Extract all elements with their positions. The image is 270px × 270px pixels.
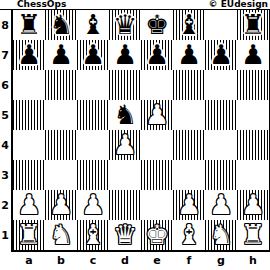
square-a1[interactable]: ♜ bbox=[13, 220, 45, 250]
black-pawn[interactable]: ♟ bbox=[77, 40, 109, 70]
square-e3[interactable] bbox=[141, 160, 173, 190]
rank-label-8: 8 bbox=[0, 19, 10, 32]
rank-label-2: 2 bbox=[0, 199, 10, 212]
square-c1[interactable]: ♝ bbox=[77, 220, 109, 250]
white-pawn[interactable]: ♟ bbox=[77, 190, 109, 220]
square-f7[interactable]: ♟ bbox=[173, 40, 205, 70]
square-g7[interactable]: ♟ bbox=[205, 40, 237, 70]
square-f4[interactable] bbox=[173, 130, 205, 160]
square-c6[interactable] bbox=[77, 70, 109, 100]
square-a8[interactable]: ♜ bbox=[13, 10, 45, 40]
black-queen[interactable]: ♛ bbox=[109, 10, 141, 40]
square-c7[interactable]: ♟ bbox=[77, 40, 109, 70]
white-pawn[interactable]: ♟ bbox=[205, 190, 237, 220]
square-h5[interactable] bbox=[237, 100, 269, 130]
square-d8[interactable]: ♛ bbox=[109, 10, 141, 40]
file-label-e: e bbox=[141, 254, 173, 267]
copyright-credit: © EUdesign bbox=[209, 0, 268, 9]
white-pawn[interactable]: ♟ bbox=[109, 130, 141, 160]
board: ♜♞♝♛♚♝♜♟♟♟♟♟♟♟♟♞♟♟♟♟♟♟♟♟♜♞♝♛♚♝♞♜ bbox=[11, 9, 270, 252]
black-knight[interactable]: ♞ bbox=[45, 10, 77, 40]
square-a4[interactable] bbox=[13, 130, 45, 160]
black-bishop[interactable]: ♝ bbox=[77, 10, 109, 40]
app-title: ChessOps bbox=[17, 0, 66, 9]
square-a5[interactable] bbox=[13, 100, 45, 130]
file-label-h: h bbox=[237, 254, 269, 267]
square-g2[interactable]: ♟ bbox=[205, 190, 237, 220]
square-e2[interactable] bbox=[141, 190, 173, 220]
black-pawn[interactable]: ♟ bbox=[141, 40, 173, 70]
square-d7[interactable]: ♟ bbox=[109, 40, 141, 70]
square-b7[interactable]: ♟ bbox=[45, 40, 77, 70]
white-bishop[interactable]: ♝ bbox=[77, 220, 109, 250]
square-a6[interactable] bbox=[13, 70, 45, 100]
square-c3[interactable] bbox=[77, 160, 109, 190]
file-label-b: b bbox=[45, 254, 77, 267]
file-label-f: f bbox=[173, 254, 205, 267]
square-d6[interactable] bbox=[109, 70, 141, 100]
square-g5[interactable] bbox=[205, 100, 237, 130]
white-rook[interactable]: ♜ bbox=[13, 220, 45, 250]
black-pawn[interactable]: ♟ bbox=[109, 40, 141, 70]
square-c5[interactable] bbox=[77, 100, 109, 130]
square-b6[interactable] bbox=[45, 70, 77, 100]
square-d1[interactable]: ♛ bbox=[109, 220, 141, 250]
black-pawn[interactable]: ♟ bbox=[205, 40, 237, 70]
square-c4[interactable] bbox=[77, 130, 109, 160]
square-e6[interactable] bbox=[141, 70, 173, 100]
white-pawn[interactable]: ♟ bbox=[13, 190, 45, 220]
white-pawn[interactable]: ♟ bbox=[45, 190, 77, 220]
square-d5[interactable]: ♞ bbox=[109, 100, 141, 130]
rank-label-6: 6 bbox=[0, 79, 10, 92]
square-e8[interactable]: ♚ bbox=[141, 10, 173, 40]
square-f3[interactable] bbox=[173, 160, 205, 190]
white-knight[interactable]: ♞ bbox=[45, 220, 77, 250]
square-b3[interactable] bbox=[45, 160, 77, 190]
square-a2[interactable]: ♟ bbox=[13, 190, 45, 220]
square-h3[interactable] bbox=[237, 160, 269, 190]
square-a3[interactable] bbox=[13, 160, 45, 190]
square-e7[interactable]: ♟ bbox=[141, 40, 173, 70]
square-h1[interactable]: ♜ bbox=[237, 220, 269, 250]
square-f2[interactable]: ♟ bbox=[173, 190, 205, 220]
white-pawn[interactable]: ♟ bbox=[173, 190, 205, 220]
black-pawn[interactable]: ♟ bbox=[13, 40, 45, 70]
file-label-g: g bbox=[205, 254, 237, 267]
square-d3[interactable] bbox=[109, 160, 141, 190]
black-rook[interactable]: ♜ bbox=[13, 10, 45, 40]
square-h8[interactable]: ♜ bbox=[237, 10, 269, 40]
white-king[interactable]: ♚ bbox=[141, 220, 173, 250]
black-knight[interactable]: ♞ bbox=[109, 100, 141, 130]
square-b1[interactable]: ♞ bbox=[45, 220, 77, 250]
square-g1[interactable]: ♞ bbox=[205, 220, 237, 250]
black-rook[interactable]: ♜ bbox=[237, 10, 269, 40]
square-g6[interactable] bbox=[205, 70, 237, 100]
square-b2[interactable]: ♟ bbox=[45, 190, 77, 220]
white-rook[interactable]: ♜ bbox=[237, 220, 269, 250]
file-label-d: d bbox=[109, 254, 141, 267]
square-f1[interactable]: ♝ bbox=[173, 220, 205, 250]
square-c8[interactable]: ♝ bbox=[77, 10, 109, 40]
file-label-a: a bbox=[13, 254, 45, 267]
black-pawn[interactable]: ♟ bbox=[237, 40, 269, 70]
square-c2[interactable]: ♟ bbox=[77, 190, 109, 220]
square-h7[interactable]: ♟ bbox=[237, 40, 269, 70]
rank-label-5: 5 bbox=[0, 109, 10, 122]
black-bishop[interactable]: ♝ bbox=[173, 10, 205, 40]
square-e4[interactable] bbox=[141, 130, 173, 160]
square-a7[interactable]: ♟ bbox=[13, 40, 45, 70]
rank-label-7: 7 bbox=[0, 49, 10, 62]
black-king[interactable]: ♚ bbox=[141, 10, 173, 40]
square-b8[interactable]: ♞ bbox=[45, 10, 77, 40]
square-g8[interactable] bbox=[205, 10, 237, 40]
white-pawn[interactable]: ♟ bbox=[141, 100, 173, 130]
white-knight[interactable]: ♞ bbox=[205, 220, 237, 250]
square-b4[interactable] bbox=[45, 130, 77, 160]
square-f8[interactable]: ♝ bbox=[173, 10, 205, 40]
square-h2[interactable]: ♟ bbox=[237, 190, 269, 220]
file-label-c: c bbox=[77, 254, 109, 267]
rank-label-3: 3 bbox=[0, 169, 10, 182]
square-h6[interactable] bbox=[237, 70, 269, 100]
square-d4[interactable]: ♟ bbox=[109, 130, 141, 160]
square-e5[interactable]: ♟ bbox=[141, 100, 173, 130]
square-g3[interactable] bbox=[205, 160, 237, 190]
rank-label-1: 1 bbox=[0, 229, 10, 242]
black-pawn[interactable]: ♟ bbox=[45, 40, 77, 70]
chessops-window: { "game": "chess", "position": { "fen": … bbox=[0, 0, 270, 270]
square-f5[interactable] bbox=[173, 100, 205, 130]
white-queen[interactable]: ♛ bbox=[109, 220, 141, 250]
square-g4[interactable] bbox=[205, 130, 237, 160]
rank-label-4: 4 bbox=[0, 139, 10, 152]
white-pawn[interactable]: ♟ bbox=[237, 190, 269, 220]
square-h4[interactable] bbox=[237, 130, 269, 160]
square-d2[interactable] bbox=[109, 190, 141, 220]
square-e1[interactable]: ♚ bbox=[141, 220, 173, 250]
square-f6[interactable] bbox=[173, 70, 205, 100]
white-bishop[interactable]: ♝ bbox=[173, 220, 205, 250]
square-b5[interactable] bbox=[45, 100, 77, 130]
black-pawn[interactable]: ♟ bbox=[173, 40, 205, 70]
